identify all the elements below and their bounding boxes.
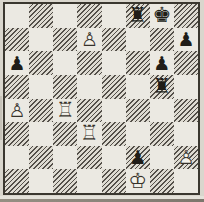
square-d3: ♜♖ (77, 122, 101, 146)
square-f4 (126, 99, 150, 123)
square-c4: ♜♖ (53, 99, 77, 123)
square-g5: ♜ (150, 75, 174, 99)
square-d5 (77, 75, 101, 99)
square-f6 (126, 51, 150, 75)
square-d2 (77, 146, 101, 170)
square-a1 (5, 169, 29, 193)
square-d7: ♟♙ (77, 28, 101, 52)
piece-white-rook-c4: ♜♖ (56, 100, 75, 121)
chess-board: ♜♚♟♙♟♟♟♜♟♙♜♖♜♖♟♟♙♚♔ (3, 2, 200, 195)
square-e6 (102, 51, 126, 75)
square-d1 (77, 169, 101, 193)
square-c8 (53, 4, 77, 28)
square-g7 (150, 28, 174, 52)
square-a8 (5, 4, 29, 28)
square-f5 (126, 75, 150, 99)
square-c7 (53, 28, 77, 52)
square-c3 (53, 122, 77, 146)
square-g6: ♟ (150, 51, 174, 75)
piece-black-rook-g5: ♜ (152, 76, 171, 97)
square-d8 (77, 4, 101, 28)
piece-black-pawn-f2: ♟ (129, 148, 146, 167)
square-b2 (29, 146, 53, 170)
square-h5 (174, 75, 198, 99)
square-c2 (53, 146, 77, 170)
square-g4 (150, 99, 174, 123)
piece-white-rook-d3: ♜♖ (80, 123, 99, 144)
square-e7 (102, 28, 126, 52)
square-a5 (5, 75, 29, 99)
square-f2: ♟ (126, 146, 150, 170)
square-b1 (29, 169, 53, 193)
square-h7: ♟ (174, 28, 198, 52)
square-b3 (29, 122, 53, 146)
square-e5 (102, 75, 126, 99)
square-c6 (53, 51, 77, 75)
square-c5 (53, 75, 77, 99)
square-b4 (29, 99, 53, 123)
square-e2 (102, 146, 126, 170)
scan-artifact-left (0, 96, 2, 140)
square-e8 (102, 4, 126, 28)
square-b7 (29, 28, 53, 52)
square-f1: ♚♔ (126, 169, 150, 193)
square-g1 (150, 169, 174, 193)
square-h6 (174, 51, 198, 75)
piece-white-pawn-h2: ♟♙ (177, 148, 194, 167)
square-h4 (174, 99, 198, 123)
square-g3 (150, 122, 174, 146)
square-b5 (29, 75, 53, 99)
square-e4 (102, 99, 126, 123)
square-a3 (5, 122, 29, 146)
piece-black-pawn-h7: ♟ (177, 30, 194, 49)
piece-black-rook-f8: ♜ (128, 5, 147, 26)
square-f7 (126, 28, 150, 52)
square-a4: ♟♙ (5, 99, 29, 123)
square-e3 (102, 122, 126, 146)
square-b6 (29, 51, 53, 75)
square-d4 (77, 99, 101, 123)
square-h2: ♟♙ (174, 146, 198, 170)
piece-white-pawn-d7: ♟♙ (81, 30, 98, 49)
piece-black-king-g8: ♚ (152, 5, 171, 26)
square-g8: ♚ (150, 4, 174, 28)
scan-shadow-line (0, 199, 204, 202)
square-a2 (5, 146, 29, 170)
piece-black-pawn-g6: ♟ (153, 54, 170, 73)
square-h8 (174, 4, 198, 28)
square-h1 (174, 169, 198, 193)
square-f8: ♜ (126, 4, 150, 28)
square-b8 (29, 4, 53, 28)
piece-white-pawn-a4: ♟♙ (9, 101, 26, 120)
piece-white-king-f1: ♚♔ (128, 171, 147, 192)
square-d6 (77, 51, 101, 75)
square-a7 (5, 28, 29, 52)
piece-black-pawn-a6: ♟ (9, 54, 26, 73)
square-g2 (150, 146, 174, 170)
square-h3 (174, 122, 198, 146)
scanned-page: ♜♚♟♙♟♟♟♜♟♙♜♖♜♖♟♟♙♚♔ (0, 0, 204, 202)
square-a6: ♟ (5, 51, 29, 75)
square-f3 (126, 122, 150, 146)
square-c1 (53, 169, 77, 193)
square-e1 (102, 169, 126, 193)
